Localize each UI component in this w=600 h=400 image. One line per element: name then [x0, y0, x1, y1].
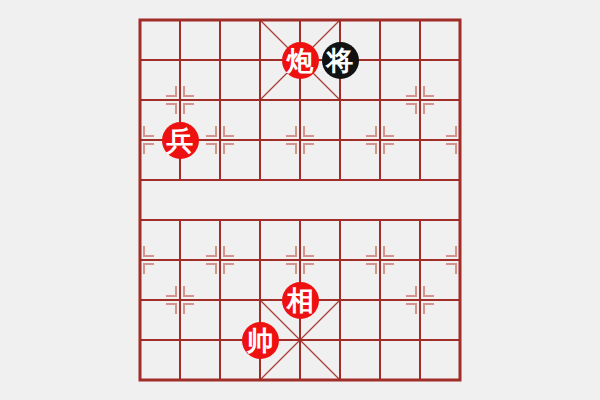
piece-red-general[interactable]: 帅 — [242, 322, 279, 359]
xiangqi-board[interactable]: 炮将兵相帅 — [138, 18, 462, 382]
xiangqi-app: 炮将兵相帅 — [0, 0, 600, 400]
piece-red-cannon[interactable]: 炮 — [282, 42, 319, 79]
piece-black-general[interactable]: 将 — [322, 42, 359, 79]
piece-red-elephant[interactable]: 相 — [282, 282, 319, 319]
piece-red-soldier[interactable]: 兵 — [162, 122, 199, 159]
